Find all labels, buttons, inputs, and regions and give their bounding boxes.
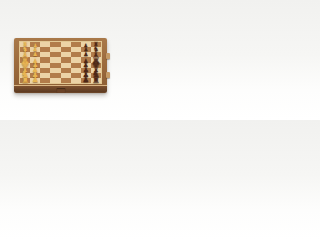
board-square <box>91 78 101 83</box>
hinge-knob-top <box>106 53 110 59</box>
chess-box: ♜♞♝♛♚♝♞♜♟♟♟♟♟♟♟♟♟♟♟♟♟♟♟♟♜♞♝♛♚♝♞♜ <box>14 38 107 93</box>
board-square <box>40 78 50 83</box>
photo-scene: ♜♞♝♛♚♝♞♜♟♟♟♟♟♟♟♟♟♟♟♟♟♟♟♟♜♞♝♛♚♝♞♜ <box>0 0 120 120</box>
board-square <box>20 78 30 83</box>
board-top-surface: ♜♞♝♛♚♝♞♜♟♟♟♟♟♟♟♟♟♟♟♟♟♟♟♟♜♞♝♛♚♝♞♜ <box>14 38 107 85</box>
board-square <box>61 78 71 83</box>
board-square <box>81 78 91 83</box>
chess-board <box>19 41 102 84</box>
box-front-face <box>14 85 107 93</box>
board-square <box>30 78 40 83</box>
latch-notch <box>56 88 65 93</box>
hinge-knob-bottom <box>106 72 110 78</box>
board-square <box>50 78 60 83</box>
board-square <box>71 78 81 83</box>
